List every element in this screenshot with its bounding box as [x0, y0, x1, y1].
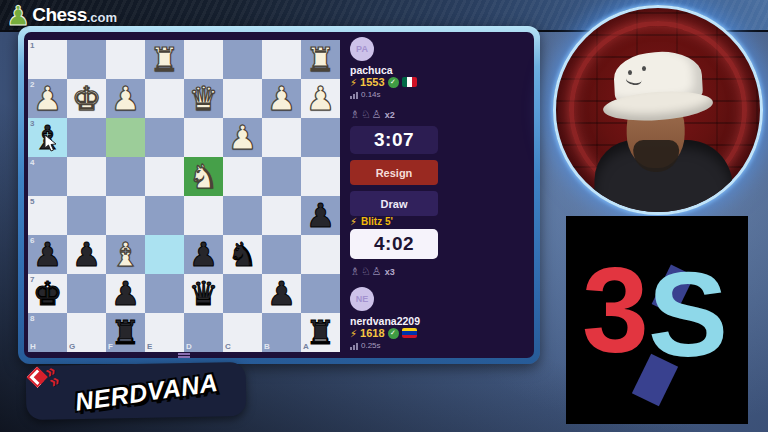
- square-g5[interactable]: [67, 196, 106, 235]
- square-a8[interactable]: A♜: [301, 313, 340, 352]
- file-label: G: [69, 342, 75, 351]
- square-c6[interactable]: ♞: [223, 235, 262, 274]
- bottom-player-rating-row: ⚡ 1618 ✓: [350, 327, 417, 339]
- bottom-player-rating: 1618: [360, 327, 384, 339]
- file-label: E: [147, 342, 152, 351]
- square-e7[interactable]: [145, 274, 184, 313]
- captured-multiplier: x3: [385, 267, 395, 277]
- venezuela-flag-icon: [402, 328, 417, 338]
- chesscom-logo[interactable]: ♟ Chess .com: [6, 0, 117, 30]
- square-b2[interactable]: ♟: [262, 79, 301, 118]
- square-f5[interactable]: [106, 196, 145, 235]
- square-c4[interactable]: [223, 157, 262, 196]
- draw-button[interactable]: Draw: [350, 191, 438, 216]
- top-player-rating-row: ⚡ 1553 ✓: [350, 76, 417, 88]
- square-c3[interactable]: ♟: [223, 118, 262, 157]
- piece-bK-h7[interactable]: ♚: [28, 274, 67, 313]
- chess-board[interactable]: 1♜♜2♟♚♟♛♟♟3♝♟4♞5♟6♟♟♝♟♞7♚♟♛♟8HGF♜EDCBA♜: [28, 40, 340, 352]
- time-control-row: ⚡ Blitz 5': [350, 216, 393, 227]
- piece-bP-h6[interactable]: ♟: [28, 235, 67, 274]
- webcam-frame: [553, 5, 763, 215]
- square-d8[interactable]: D: [184, 313, 223, 352]
- square-d5[interactable]: [184, 196, 223, 235]
- piece-wP-h2[interactable]: ♟: [28, 79, 67, 118]
- square-g7[interactable]: [67, 274, 106, 313]
- rank-label: 4: [30, 158, 34, 167]
- piece-wP-c3[interactable]: ♟: [223, 118, 262, 157]
- square-f6[interactable]: ♝: [106, 235, 145, 274]
- captured-knight-icon: ♘: [361, 265, 371, 278]
- square-g1[interactable]: [67, 40, 106, 79]
- square-e2[interactable]: [145, 79, 184, 118]
- square-b4[interactable]: [262, 157, 301, 196]
- verified-badge-icon: ✓: [388, 77, 399, 88]
- piece-bP-a5[interactable]: ♟: [301, 196, 340, 235]
- nerdvana-banner: » » NERDVANA: [26, 362, 247, 420]
- piece-bR-a8[interactable]: ♜: [301, 313, 340, 352]
- square-g6[interactable]: ♟: [67, 235, 106, 274]
- square-f7[interactable]: ♟: [106, 274, 145, 313]
- square-d4[interactable]: ♞: [184, 157, 223, 196]
- square-d2[interactable]: ♛: [184, 79, 223, 118]
- square-b5[interactable]: [262, 196, 301, 235]
- captured-pieces-icons: ♗♘♙: [350, 108, 383, 121]
- bottom-player-latency-row: 0.25s: [350, 341, 381, 350]
- lightning-icon: ⚡: [350, 328, 357, 339]
- rank-label: 8: [30, 314, 34, 323]
- chesscom-pawn-icon: ♟: [6, 2, 30, 29]
- bottom-player-clock: 4:02: [350, 229, 438, 259]
- 3s-logo-ess: S: [648, 254, 728, 374]
- avatar[interactable]: NE: [350, 287, 374, 311]
- square-a3[interactable]: [301, 118, 340, 157]
- signal-bars-icon: [350, 91, 358, 99]
- top-player-name[interactable]: pachuca: [350, 64, 393, 76]
- game-sidebar: PA pachuca ⚡ 1553 ✓ 0.14s ♗♘♙ x2 3:07: [350, 32, 532, 358]
- square-a4[interactable]: [301, 157, 340, 196]
- piece-bN-c6[interactable]: ♞: [223, 235, 262, 274]
- mouse-cursor-icon: [44, 134, 58, 156]
- square-f8[interactable]: F♜: [106, 313, 145, 352]
- chesscom-logo-text: Chess: [32, 4, 87, 26]
- piece-bQ-d7[interactable]: ♛: [184, 274, 223, 313]
- rank-label: 5: [30, 197, 34, 206]
- captured-knight-icon: ♘: [361, 108, 371, 121]
- stage: ♟ Chess .com 1♜♜2♟♚♟♛♟♟3♝♟4♞5♟6♟♟♝♟♞7♚♟♛…: [0, 0, 768, 432]
- square-c1[interactable]: [223, 40, 262, 79]
- piece-wQ-d2[interactable]: ♛: [184, 79, 223, 118]
- piece-bR-f8[interactable]: ♜: [106, 313, 145, 352]
- file-label: H: [30, 342, 36, 351]
- square-b8[interactable]: B: [262, 313, 301, 352]
- piece-wN-d4[interactable]: ♞: [184, 157, 223, 196]
- top-player-rating: 1553: [360, 76, 384, 88]
- resign-button[interactable]: Resign: [350, 160, 438, 185]
- square-c8[interactable]: C: [223, 313, 262, 352]
- square-d6[interactable]: ♟: [184, 235, 223, 274]
- square-e1[interactable]: ♜: [145, 40, 184, 79]
- piece-bP-d6[interactable]: ♟: [184, 235, 223, 274]
- avatar[interactable]: PA: [350, 37, 374, 61]
- square-g8[interactable]: G: [67, 313, 106, 352]
- square-h7[interactable]: 7♚: [28, 274, 67, 313]
- square-b7[interactable]: ♟: [262, 274, 301, 313]
- square-d1[interactable]: [184, 40, 223, 79]
- captured-bishop-icon: ♗: [350, 108, 360, 121]
- captured-bishop-icon: ♗: [350, 265, 360, 278]
- captured-bottom: ♗♘♙ x3: [350, 265, 395, 278]
- captured-multiplier: x2: [385, 110, 395, 120]
- piece-wB-f6[interactable]: ♝: [106, 235, 145, 274]
- signal-bars-icon: [350, 342, 358, 350]
- square-a2[interactable]: ♟: [301, 79, 340, 118]
- square-h1[interactable]: 1: [28, 40, 67, 79]
- verified-badge-icon: ✓: [388, 328, 399, 339]
- piece-wP-f2[interactable]: ♟: [106, 79, 145, 118]
- square-f1[interactable]: [106, 40, 145, 79]
- square-a7[interactable]: [301, 274, 340, 313]
- square-f3[interactable]: [106, 118, 145, 157]
- square-h2[interactable]: 2♟: [28, 79, 67, 118]
- square-e3[interactable]: [145, 118, 184, 157]
- hat-smiley-eye: [642, 66, 646, 71]
- piece-wR-a1[interactable]: ♜: [301, 40, 340, 79]
- time-control-label: Blitz 5': [361, 216, 393, 227]
- game-screen: 1♜♜2♟♚♟♛♟♟3♝♟4♞5♟6♟♟♝♟♞7♚♟♛♟8HGF♜EDCBA♜ …: [24, 32, 534, 358]
- square-c5[interactable]: [223, 196, 262, 235]
- 3s-logo: 3 S: [566, 216, 748, 424]
- square-a5[interactable]: ♟: [301, 196, 340, 235]
- square-g3[interactable]: [67, 118, 106, 157]
- square-b3[interactable]: [262, 118, 301, 157]
- square-g4[interactable]: [67, 157, 106, 196]
- top-player-latency-row: 0.14s: [350, 90, 381, 99]
- nerdvana-banner-text: NERDVANA: [53, 365, 240, 419]
- square-b6[interactable]: [262, 235, 301, 274]
- piece-bP-f7[interactable]: ♟: [106, 274, 145, 313]
- captured-top: ♗♘♙ x2: [350, 108, 395, 121]
- square-d7[interactable]: ♛: [184, 274, 223, 313]
- square-g2[interactable]: ♚: [67, 79, 106, 118]
- file-label: D: [186, 342, 192, 351]
- piece-wP-b2[interactable]: ♟: [262, 79, 301, 118]
- chesscom-logo-suffix: .com: [87, 10, 117, 25]
- mexico-flag-icon: [402, 77, 417, 87]
- file-label: C: [225, 342, 231, 351]
- square-e4[interactable]: [145, 157, 184, 196]
- square-e8[interactable]: E: [145, 313, 184, 352]
- piece-wP-a2[interactable]: ♟: [301, 79, 340, 118]
- square-b1[interactable]: [262, 40, 301, 79]
- 3s-logo-three: 3: [582, 250, 649, 370]
- bottom-player-latency: 0.25s: [361, 341, 381, 350]
- piece-wR-e1[interactable]: ♜: [145, 40, 184, 79]
- square-f4[interactable]: [106, 157, 145, 196]
- monitor-bezel: 1♜♜2♟♚♟♛♟♟3♝♟4♞5♟6♟♟♝♟♞7♚♟♛♟8HGF♜EDCBA♜ …: [18, 26, 540, 364]
- square-d3[interactable]: [184, 118, 223, 157]
- rank-label: 1: [30, 41, 34, 50]
- captured-pawn-icon: ♙: [372, 108, 382, 121]
- square-h8[interactable]: 8H: [28, 313, 67, 352]
- square-h4[interactable]: 4: [28, 157, 67, 196]
- square-c2[interactable]: [223, 79, 262, 118]
- square-c7[interactable]: [223, 274, 262, 313]
- top-player-latency: 0.14s: [361, 90, 381, 99]
- piece-bP-g6[interactable]: ♟: [67, 235, 106, 274]
- square-a6[interactable]: [301, 235, 340, 274]
- square-e6[interactable]: [145, 235, 184, 274]
- file-label: B: [264, 342, 270, 351]
- captured-pieces-icons: ♗♘♙: [350, 265, 383, 278]
- blitz-lightning-icon: ⚡: [350, 216, 357, 227]
- square-a1[interactable]: ♜: [301, 40, 340, 79]
- piece-wK-g2[interactable]: ♚: [67, 79, 106, 118]
- square-h6[interactable]: 6♟: [28, 235, 67, 274]
- top-player-clock: 3:07: [350, 126, 438, 154]
- square-f2[interactable]: ♟: [106, 79, 145, 118]
- captured-pawn-icon: ♙: [372, 265, 382, 278]
- square-e5[interactable]: [145, 196, 184, 235]
- square-h5[interactable]: 5: [28, 196, 67, 235]
- piece-bP-b7[interactable]: ♟: [262, 274, 301, 313]
- board-resize-handle[interactable]: [178, 353, 190, 357]
- bottom-player-name[interactable]: nerdvana2209: [350, 315, 420, 327]
- lightning-icon: ⚡: [350, 77, 357, 88]
